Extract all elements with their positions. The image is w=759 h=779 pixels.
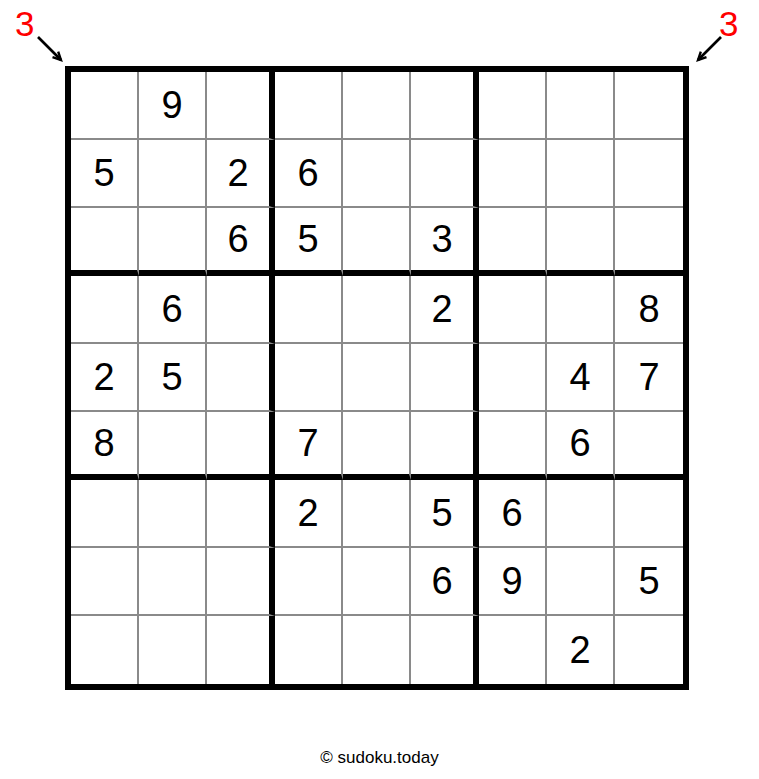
cell-r6c3[interactable] xyxy=(207,412,275,480)
cell-r4c1[interactable] xyxy=(71,276,139,344)
cell-r7c4: 2 xyxy=(275,480,343,548)
cell-r4c7[interactable] xyxy=(479,276,547,344)
cell-r5c3[interactable] xyxy=(207,344,275,412)
cell-r1c9[interactable] xyxy=(615,72,683,140)
cell-r4c8[interactable] xyxy=(547,276,615,344)
cell-r4c4[interactable] xyxy=(275,276,343,344)
cell-r3c7[interactable] xyxy=(479,208,547,276)
cell-r9c2[interactable] xyxy=(139,616,207,684)
cell-r7c2[interactable] xyxy=(139,480,207,548)
cell-r5c9: 7 xyxy=(615,344,683,412)
cell-r9c1[interactable] xyxy=(71,616,139,684)
cell-r8c4[interactable] xyxy=(275,548,343,616)
cell-r9c9[interactable] xyxy=(615,616,683,684)
diagonal-arrow-top-left xyxy=(38,37,61,60)
cell-r3c6: 3 xyxy=(411,208,479,276)
cell-r1c6[interactable] xyxy=(411,72,479,140)
cell-r7c7: 6 xyxy=(479,480,547,548)
cell-r4c9: 8 xyxy=(615,276,683,344)
cell-r7c5[interactable] xyxy=(343,480,411,548)
cell-r2c9[interactable] xyxy=(615,140,683,208)
cell-r2c5[interactable] xyxy=(343,140,411,208)
cell-r1c8[interactable] xyxy=(547,72,615,140)
cell-r8c2[interactable] xyxy=(139,548,207,616)
sudoku-board: 952665362825478762566952 xyxy=(65,66,689,690)
cell-r9c6[interactable] xyxy=(411,616,479,684)
cell-r9c8: 2 xyxy=(547,616,615,684)
cell-r5c5[interactable] xyxy=(343,344,411,412)
cell-r6c8: 6 xyxy=(547,412,615,480)
cell-r9c7[interactable] xyxy=(479,616,547,684)
cell-r5c7[interactable] xyxy=(479,344,547,412)
diagonal-clue-top-left: 3 xyxy=(15,6,34,41)
cell-r6c6[interactable] xyxy=(411,412,479,480)
cell-r4c2: 6 xyxy=(139,276,207,344)
cell-r2c7[interactable] xyxy=(479,140,547,208)
cell-r3c1[interactable] xyxy=(71,208,139,276)
cell-r5c4[interactable] xyxy=(275,344,343,412)
cell-r5c8: 4 xyxy=(547,344,615,412)
cell-r2c6[interactable] xyxy=(411,140,479,208)
cell-r6c1: 8 xyxy=(71,412,139,480)
cell-r8c3[interactable] xyxy=(207,548,275,616)
cell-r9c5[interactable] xyxy=(343,616,411,684)
cell-r3c5[interactable] xyxy=(343,208,411,276)
cell-r8c1[interactable] xyxy=(71,548,139,616)
cell-r1c2: 9 xyxy=(139,72,207,140)
cell-r8c8[interactable] xyxy=(547,548,615,616)
cell-r2c3: 2 xyxy=(207,140,275,208)
cell-r6c7[interactable] xyxy=(479,412,547,480)
cell-r1c5[interactable] xyxy=(343,72,411,140)
cell-r7c6: 5 xyxy=(411,480,479,548)
cell-r1c7[interactable] xyxy=(479,72,547,140)
cell-r5c1: 2 xyxy=(71,344,139,412)
copyright-footer: © sudoku.today xyxy=(0,748,759,768)
cell-r6c2[interactable] xyxy=(139,412,207,480)
diagonal-clue-top-right: 3 xyxy=(719,6,738,41)
cell-r2c2[interactable] xyxy=(139,140,207,208)
cell-r3c2[interactable] xyxy=(139,208,207,276)
cell-r5c6[interactable] xyxy=(411,344,479,412)
cell-r3c4: 5 xyxy=(275,208,343,276)
cell-r7c9[interactable] xyxy=(615,480,683,548)
page: 3 3 952665362825478762566952 © sudoku.to… xyxy=(0,0,759,779)
cell-r7c3[interactable] xyxy=(207,480,275,548)
cell-r6c4: 7 xyxy=(275,412,343,480)
cell-r3c8[interactable] xyxy=(547,208,615,276)
cell-r2c1: 5 xyxy=(71,140,139,208)
cell-r1c4[interactable] xyxy=(275,72,343,140)
cell-r1c3[interactable] xyxy=(207,72,275,140)
cell-r6c5[interactable] xyxy=(343,412,411,480)
cell-r2c8[interactable] xyxy=(547,140,615,208)
cell-r9c3[interactable] xyxy=(207,616,275,684)
cell-r4c6: 2 xyxy=(411,276,479,344)
diagonal-arrow-top-right xyxy=(698,37,721,60)
cell-r1c1[interactable] xyxy=(71,72,139,140)
cell-r3c3: 6 xyxy=(207,208,275,276)
cell-r8c9: 5 xyxy=(615,548,683,616)
cell-r5c2: 5 xyxy=(139,344,207,412)
cell-r6c9[interactable] xyxy=(615,412,683,480)
cell-r7c8[interactable] xyxy=(547,480,615,548)
cell-r3c9[interactable] xyxy=(615,208,683,276)
cell-r4c5[interactable] xyxy=(343,276,411,344)
cell-r2c4: 6 xyxy=(275,140,343,208)
cell-r7c1[interactable] xyxy=(71,480,139,548)
cell-r8c5[interactable] xyxy=(343,548,411,616)
cell-r4c3[interactable] xyxy=(207,276,275,344)
cell-r9c4[interactable] xyxy=(275,616,343,684)
cell-r8c7: 9 xyxy=(479,548,547,616)
cell-r8c6: 6 xyxy=(411,548,479,616)
